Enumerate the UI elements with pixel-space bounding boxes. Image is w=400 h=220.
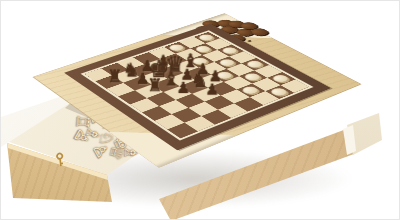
dark-pawn: ♟ [177,81,191,96]
dark-rook: ♜ [147,77,163,94]
product-photo-chess-checkers-box: ♖♙♘♙♗♘♔♙♙♕♙♗ ♜♞♟♟♟♚♛♝♜♝♟♟♟♞♟♟ [0,0,400,220]
dark-pawn: ♟ [205,83,219,98]
dark-rook: ♜ [107,68,122,85]
